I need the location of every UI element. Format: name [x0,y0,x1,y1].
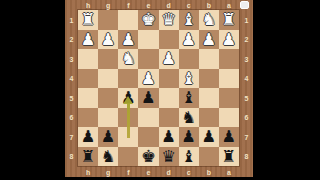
file-label-top-g: g [106,2,110,9]
file-label-bottom-h: h [86,168,90,175]
square-e5[interactable]: ♟ [138,88,158,108]
rank-label-left-2: 2 [70,36,74,43]
square-g1[interactable] [98,10,118,30]
square-d6[interactable] [159,108,179,128]
piece-black-pawn-a7[interactable]: ♟ [222,127,237,147]
chess-board-frame: ♜♚♛♝♞♜♟♟♟♟♟♟♞♟♟♝♟♟♝♞♟♟♟♟♟♟♜♞♚♛♝♜ hhggffe… [65,0,253,177]
piece-black-rook-h8[interactable]: ♜ [81,147,96,167]
piece-black-rook-a8[interactable]: ♜ [222,147,237,167]
file-label-top-h: h [86,2,90,9]
rank-label-right-3: 3 [245,55,249,62]
piece-black-queen-d8[interactable]: ♛ [161,147,176,167]
square-a2[interactable]: ♟ [219,30,239,50]
piece-black-bishop-c8[interactable]: ♝ [181,147,196,167]
square-b4[interactable] [199,69,219,89]
square-f4[interactable] [118,69,138,89]
square-g4[interactable] [98,69,118,89]
file-label-bottom-c: c [187,168,191,175]
last-move-arrow-shaft [127,103,130,138]
square-d2[interactable] [159,30,179,50]
piece-white-pawn-a2[interactable]: ♟ [222,30,237,50]
square-e3[interactable] [138,49,158,69]
piece-white-pawn-g2[interactable]: ♟ [101,30,116,50]
square-e4[interactable]: ♟ [138,69,158,89]
square-f1[interactable] [118,10,138,30]
square-b7[interactable]: ♟ [199,127,219,147]
piece-white-rook-h1[interactable]: ♜ [81,10,96,30]
square-h6[interactable] [78,108,98,128]
square-e1[interactable]: ♚ [138,10,158,30]
piece-white-rook-a1[interactable]: ♜ [222,10,237,30]
square-d1[interactable]: ♛ [159,10,179,30]
rank-label-left-3: 3 [70,55,74,62]
square-a1[interactable]: ♜ [219,10,239,30]
piece-white-pawn-b2[interactable]: ♟ [201,30,216,50]
square-e8[interactable]: ♚ [138,147,158,167]
rank-label-right-5: 5 [245,94,249,101]
rank-label-right-6: 6 [245,114,249,121]
square-g5[interactable] [98,88,118,108]
square-a8[interactable]: ♜ [219,147,239,167]
corner-marker-icon [240,1,249,9]
file-label-top-b: b [207,2,211,9]
square-c3[interactable] [179,49,199,69]
piece-white-pawn-d3[interactable]: ♟ [161,49,176,69]
square-a3[interactable] [219,49,239,69]
rank-label-left-4: 4 [70,75,74,82]
rank-label-right-4: 4 [245,75,249,82]
rank-label-right-1: 1 [245,16,249,23]
rank-label-left-5: 5 [70,94,74,101]
file-label-top-e: e [146,2,150,9]
square-a4[interactable] [219,69,239,89]
square-g7[interactable]: ♟ [98,127,118,147]
file-label-bottom-d: d [166,168,170,175]
square-h7[interactable]: ♟ [78,127,98,147]
square-g3[interactable] [98,49,118,69]
piece-white-knight-f3[interactable]: ♞ [121,49,136,69]
piece-black-pawn-b7[interactable]: ♟ [201,127,216,147]
piece-black-bishop-c5[interactable]: ♝ [181,88,196,108]
square-g2[interactable]: ♟ [98,30,118,50]
piece-black-knight-g8[interactable]: ♞ [101,147,116,167]
file-label-top-c: c [187,2,191,9]
rank-label-right-2: 2 [245,36,249,43]
square-b1[interactable]: ♞ [199,10,219,30]
square-a6[interactable] [219,108,239,128]
square-e6[interactable] [138,108,158,128]
piece-white-queen-d1[interactable]: ♛ [161,10,176,30]
square-f8[interactable] [118,147,138,167]
file-label-top-f: f [127,2,129,9]
square-a5[interactable] [219,88,239,108]
file-label-top-d: d [166,2,170,9]
square-h8[interactable]: ♜ [78,147,98,167]
square-a7[interactable]: ♟ [219,127,239,147]
piece-black-pawn-g7[interactable]: ♟ [101,127,116,147]
file-label-top-a: a [227,2,231,9]
square-c1[interactable]: ♝ [179,10,199,30]
piece-white-bishop-c1[interactable]: ♝ [181,10,196,30]
piece-white-pawn-e4[interactable]: ♟ [141,69,156,89]
rank-label-right-7: 7 [245,133,249,140]
square-f3[interactable]: ♞ [118,49,138,69]
piece-white-pawn-c2[interactable]: ♟ [181,30,196,50]
piece-black-pawn-d7[interactable]: ♟ [161,127,176,147]
square-d7[interactable]: ♟ [159,127,179,147]
square-b8[interactable] [199,147,219,167]
square-c2[interactable]: ♟ [179,30,199,50]
file-label-bottom-e: e [146,168,150,175]
piece-black-pawn-c7[interactable]: ♟ [181,127,196,147]
square-h4[interactable] [78,69,98,89]
chess-board: ♜♚♛♝♞♜♟♟♟♟♟♟♞♟♟♝♟♟♝♞♟♟♟♟♟♟♜♞♚♛♝♜ [78,10,239,166]
rank-label-right-8: 8 [245,153,249,160]
rank-label-left-7: 7 [70,133,74,140]
rank-label-left-1: 1 [70,16,74,23]
piece-black-knight-c6[interactable]: ♞ [181,108,196,128]
square-b5[interactable] [199,88,219,108]
file-label-bottom-a: a [227,168,231,175]
square-c6[interactable]: ♞ [179,108,199,128]
square-f2[interactable]: ♟ [118,30,138,50]
piece-white-pawn-h2[interactable]: ♟ [81,30,96,50]
square-d3[interactable]: ♟ [159,49,179,69]
square-d8[interactable]: ♛ [159,147,179,167]
square-e7[interactable] [138,127,158,147]
file-label-bottom-g: g [106,168,110,175]
square-e2[interactable] [138,30,158,50]
square-g8[interactable]: ♞ [98,147,118,167]
piece-black-pawn-h7[interactable]: ♟ [81,127,96,147]
square-d5[interactable] [159,88,179,108]
square-c7[interactable]: ♟ [179,127,199,147]
square-b6[interactable] [199,108,219,128]
piece-black-pawn-e5[interactable]: ♟ [141,88,156,108]
square-c5[interactable]: ♝ [179,88,199,108]
square-c4[interactable]: ♝ [179,69,199,89]
video-letterbox: ♜♚♛♝♞♜♟♟♟♟♟♟♞♟♟♝♟♟♝♞♟♟♟♟♟♟♜♞♚♛♝♜ hhggffe… [0,0,320,180]
rank-label-left-6: 6 [70,114,74,121]
square-g6[interactable] [98,108,118,128]
piece-black-king-e8[interactable]: ♚ [141,147,156,167]
square-b3[interactable] [199,49,219,69]
square-d4[interactable] [159,69,179,89]
file-label-bottom-b: b [207,168,211,175]
piece-white-pawn-f2[interactable]: ♟ [121,30,136,50]
piece-white-knight-b1[interactable]: ♞ [201,10,216,30]
square-h5[interactable] [78,88,98,108]
square-h3[interactable] [78,49,98,69]
square-h2[interactable]: ♟ [78,30,98,50]
rank-label-left-8: 8 [70,153,74,160]
square-h1[interactable]: ♜ [78,10,98,30]
piece-white-king-e1[interactable]: ♚ [141,10,156,30]
piece-white-bishop-c4[interactable]: ♝ [181,69,196,89]
file-label-bottom-f: f [127,168,129,175]
square-b2[interactable]: ♟ [199,30,219,50]
square-c8[interactable]: ♝ [179,147,199,167]
